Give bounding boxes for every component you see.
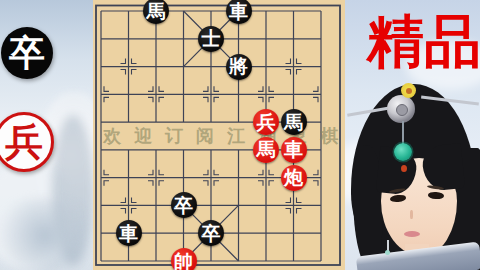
point-marker (121, 197, 126, 202)
piece-black-士[interactable]: 士 (198, 26, 224, 52)
point-marker (297, 197, 302, 202)
point-marker (132, 208, 137, 213)
point-marker (214, 86, 219, 91)
point-marker (297, 208, 302, 213)
earring-dot (385, 250, 390, 255)
point-marker (104, 97, 109, 102)
point-marker (286, 208, 291, 213)
point-marker (121, 208, 126, 213)
point-marker (148, 170, 153, 175)
point-marker (132, 59, 137, 64)
piece-red-兵[interactable]: 兵 (253, 109, 279, 135)
point-marker (269, 97, 274, 102)
point-marker (132, 70, 137, 75)
point-marker (269, 181, 274, 186)
sidebar-piece-black-soldier: 卒 (1, 27, 53, 79)
point-marker (297, 70, 302, 75)
piece-black-馬[interactable]: 馬 (281, 109, 307, 135)
point-marker (121, 70, 126, 75)
point-marker (286, 197, 291, 202)
point-marker (203, 181, 208, 186)
black-soldier-glyph: 卒 (9, 35, 45, 71)
left-sidebar: 卒 兵 (0, 0, 93, 270)
point-marker (286, 59, 291, 64)
piece-black-卒[interactable]: 卒 (171, 192, 197, 218)
point-marker (258, 97, 263, 102)
point-marker (148, 86, 153, 91)
red-bead-icon (401, 165, 407, 172)
point-marker (214, 97, 219, 102)
thumbnail-stage: 卒 兵 欢迎订阅江湖象棋 馬車士將兵馬馬車炮卒車卒帥 (0, 0, 480, 270)
piece-black-馬[interactable]: 馬 (143, 0, 169, 24)
point-marker (148, 97, 153, 102)
point-marker (258, 86, 263, 91)
point-marker (313, 97, 318, 102)
point-marker (104, 170, 109, 175)
point-marker (258, 170, 263, 175)
point-marker (313, 86, 318, 91)
point-marker (297, 59, 302, 64)
piece-red-馬[interactable]: 馬 (253, 137, 279, 163)
point-marker (121, 59, 126, 64)
board-panel: 欢迎订阅江湖象棋 馬車士將兵馬馬車炮卒車卒帥 (93, 0, 345, 270)
point-marker (203, 170, 208, 175)
point-marker (104, 181, 109, 186)
point-marker (269, 86, 274, 91)
portrait-mouth (404, 231, 420, 237)
river-banner-text: 欢迎订阅江湖象棋 (103, 122, 345, 150)
portrait-eye-right (428, 191, 444, 199)
point-marker (203, 86, 208, 91)
point-marker (159, 86, 164, 91)
point-marker (214, 170, 219, 175)
point-marker (313, 170, 318, 175)
point-marker (159, 170, 164, 175)
piece-black-將[interactable]: 將 (226, 54, 252, 80)
point-marker (132, 197, 137, 202)
point-marker (104, 86, 109, 91)
silver-rose-ornament-icon (387, 95, 415, 123)
portrait-nose (410, 210, 413, 219)
point-marker (203, 97, 208, 102)
point-marker (148, 181, 153, 186)
point-marker (214, 181, 219, 186)
teal-pendant-icon (394, 143, 412, 161)
right-sidebar: 精品 (345, 0, 480, 270)
red-soldier-glyph: 兵 (5, 123, 43, 161)
point-marker (286, 70, 291, 75)
piece-black-車[interactable]: 車 (226, 0, 252, 24)
piece-black-車[interactable]: 車 (116, 220, 142, 246)
point-marker (269, 170, 274, 175)
point-marker (313, 181, 318, 186)
premium-badge-text: 精品 (367, 12, 480, 72)
yellow-flower-icon (401, 83, 416, 98)
piece-black-卒[interactable]: 卒 (198, 220, 224, 246)
piece-red-車[interactable]: 車 (281, 137, 307, 163)
point-marker (159, 97, 164, 102)
piece-red-帥[interactable]: 帥 (171, 248, 197, 270)
point-marker (159, 181, 164, 186)
snow-foreground-blob (0, 198, 93, 270)
piece-red-炮[interactable]: 炮 (281, 165, 307, 191)
point-marker (258, 181, 263, 186)
